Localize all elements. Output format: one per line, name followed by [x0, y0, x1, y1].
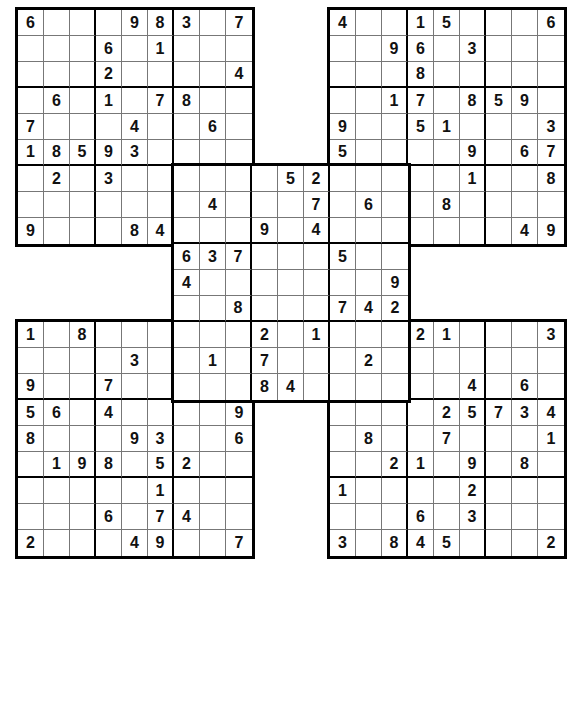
cell-bl-r8c6[interactable]: 7: [148, 504, 174, 530]
cell-bl-r8c3[interactable]: [70, 504, 96, 530]
cell-c-r7c5[interactable]: [278, 322, 304, 348]
cell-tr-r3c5[interactable]: [434, 62, 460, 88]
cell-tr-r3c3[interactable]: [382, 62, 408, 88]
cell-c-r6c9[interactable]: 2: [382, 296, 408, 322]
cell-tl-r4c9[interactable]: [226, 88, 252, 114]
cell-tr-r6c9[interactable]: 7: [538, 140, 564, 166]
cell-br-r7c4[interactable]: [408, 478, 434, 504]
cell-tr-r2c7[interactable]: [486, 36, 512, 62]
cell-bl-r9c4[interactable]: [96, 530, 122, 556]
cell-br-r6c1[interactable]: [330, 452, 356, 478]
cell-br-r6c4[interactable]: 1: [408, 452, 434, 478]
cell-tl-r9c3[interactable]: [70, 218, 96, 244]
cell-bl-r7c7[interactable]: [174, 478, 200, 504]
cell-bl-r8c7[interactable]: 4: [174, 504, 200, 530]
cell-br-r8c2[interactable]: [356, 504, 382, 530]
cell-br-r5c9[interactable]: 1: [538, 426, 564, 452]
cell-tr-r5c7[interactable]: [486, 114, 512, 140]
cell-br-r5c3[interactable]: [382, 426, 408, 452]
cell-tl-r8c2[interactable]: [44, 192, 70, 218]
cell-br-r1c7[interactable]: [486, 322, 512, 348]
cell-br-r3c4[interactable]: [408, 374, 434, 400]
cell-c-r7c8[interactable]: [356, 322, 382, 348]
cell-bl-r2c4[interactable]: [96, 348, 122, 374]
cell-tl-r1c5[interactable]: 9: [122, 10, 148, 36]
cell-br-r8c1[interactable]: [330, 504, 356, 530]
cell-bl-r7c5[interactable]: [122, 478, 148, 504]
cell-tl-r3c9[interactable]: 4: [226, 62, 252, 88]
cell-tr-r4c7[interactable]: 5: [486, 88, 512, 114]
cell-c-r4c9[interactable]: [382, 244, 408, 270]
cell-c-r9c1[interactable]: [174, 374, 200, 400]
cell-tl-r5c7[interactable]: [174, 114, 200, 140]
cell-bl-r2c3[interactable]: [70, 348, 96, 374]
cell-tr-r2c8[interactable]: [512, 36, 538, 62]
cell-tr-r3c4[interactable]: 8: [408, 62, 434, 88]
cell-c-r1c4[interactable]: [252, 166, 278, 192]
cell-br-r2c8[interactable]: [512, 348, 538, 374]
cell-br-r3c7[interactable]: [486, 374, 512, 400]
cell-c-r6c7[interactable]: 7: [330, 296, 356, 322]
cell-tl-r1c4[interactable]: [96, 10, 122, 36]
cell-br-r7c7[interactable]: [486, 478, 512, 504]
cell-bl-r3c2[interactable]: [44, 374, 70, 400]
cell-tr-r7c7[interactable]: [486, 166, 512, 192]
cell-c-r6c6[interactable]: [304, 296, 330, 322]
cell-bl-r6c4[interactable]: 8: [96, 452, 122, 478]
cell-tr-r2c5[interactable]: [434, 36, 460, 62]
cell-tr-r6c4[interactable]: [408, 140, 434, 166]
cell-tl-r5c5[interactable]: 4: [122, 114, 148, 140]
cell-br-r4c8[interactable]: 3: [512, 400, 538, 426]
cell-bl-r4c4[interactable]: 4: [96, 400, 122, 426]
cell-c-r1c6[interactable]: 2: [304, 166, 330, 192]
cell-tl-r8c5[interactable]: [122, 192, 148, 218]
cell-tl-r3c1[interactable]: [18, 62, 44, 88]
cell-br-r3c9[interactable]: [538, 374, 564, 400]
cell-tr-r7c6[interactable]: 1: [460, 166, 486, 192]
cell-br-r5c8[interactable]: [512, 426, 538, 452]
cell-c-r4c7[interactable]: 5: [330, 244, 356, 270]
cell-c-r7c9[interactable]: [382, 322, 408, 348]
cell-tl-r4c4[interactable]: 1: [96, 88, 122, 114]
cell-tl-r4c7[interactable]: 8: [174, 88, 200, 114]
cell-tl-r1c8[interactable]: [200, 10, 226, 36]
cell-c-r5c6[interactable]: [304, 270, 330, 296]
cell-c-r9c6[interactable]: [304, 374, 330, 400]
cell-c-r4c1[interactable]: 6: [174, 244, 200, 270]
cell-tr-r9c4[interactable]: [408, 218, 434, 244]
cell-br-r9c6[interactable]: [460, 530, 486, 556]
cell-br-r3c5[interactable]: [434, 374, 460, 400]
cell-br-r9c7[interactable]: [486, 530, 512, 556]
cell-c-r2c7[interactable]: [330, 192, 356, 218]
cell-tl-r2c1[interactable]: [18, 36, 44, 62]
cell-br-r7c5[interactable]: [434, 478, 460, 504]
cell-bl-r8c4[interactable]: 6: [96, 504, 122, 530]
cell-br-r8c4[interactable]: 6: [408, 504, 434, 530]
cell-c-r4c8[interactable]: [356, 244, 382, 270]
cell-bl-r9c3[interactable]: [70, 530, 96, 556]
cell-bl-r6c1[interactable]: [18, 452, 44, 478]
cell-br-r4c6[interactable]: 5: [460, 400, 486, 426]
cell-tr-r2c2[interactable]: [356, 36, 382, 62]
cell-tr-r3c6[interactable]: [460, 62, 486, 88]
cell-c-r2c5[interactable]: [278, 192, 304, 218]
cell-c-r3c9[interactable]: [382, 218, 408, 244]
cell-c-r1c5[interactable]: 5: [278, 166, 304, 192]
cell-c-r5c1[interactable]: 4: [174, 270, 200, 296]
cell-br-r4c9[interactable]: 4: [538, 400, 564, 426]
cell-tr-r6c5[interactable]: [434, 140, 460, 166]
cell-tr-r5c5[interactable]: 1: [434, 114, 460, 140]
cell-c-r2c3[interactable]: [226, 192, 252, 218]
cell-tl-r1c1[interactable]: 6: [18, 10, 44, 36]
cell-br-r7c1[interactable]: 1: [330, 478, 356, 504]
cell-tr-r3c1[interactable]: [330, 62, 356, 88]
cell-bl-r5c9[interactable]: 6: [226, 426, 252, 452]
cell-br-r6c2[interactable]: [356, 452, 382, 478]
cell-c-r3c4[interactable]: 9: [252, 218, 278, 244]
cell-c-r6c2[interactable]: [200, 296, 226, 322]
cell-bl-r5c5[interactable]: 9: [122, 426, 148, 452]
cell-tr-r5c4[interactable]: 5: [408, 114, 434, 140]
cell-c-r3c1[interactable]: [174, 218, 200, 244]
cell-bl-r9c2[interactable]: [44, 530, 70, 556]
cell-bl-r3c3[interactable]: [70, 374, 96, 400]
cell-tr-r3c8[interactable]: [512, 62, 538, 88]
cell-br-r9c5[interactable]: 5: [434, 530, 460, 556]
cell-bl-r5c7[interactable]: [174, 426, 200, 452]
cell-c-r1c1[interactable]: [174, 166, 200, 192]
cell-br-r4c1[interactable]: [330, 400, 356, 426]
cell-bl-r7c6[interactable]: 1: [148, 478, 174, 504]
cell-c-r7c4[interactable]: 2: [252, 322, 278, 348]
cell-tl-r2c7[interactable]: [174, 36, 200, 62]
cell-tl-r7c3[interactable]: [70, 166, 96, 192]
cell-c-r1c9[interactable]: [382, 166, 408, 192]
cell-c-r4c6[interactable]: [304, 244, 330, 270]
cell-tr-r1c6[interactable]: [460, 10, 486, 36]
cell-bl-r7c9[interactable]: [226, 478, 252, 504]
cell-tr-r6c7[interactable]: [486, 140, 512, 166]
cell-tr-r1c5[interactable]: 5: [434, 10, 460, 36]
cell-tr-r9c7[interactable]: [486, 218, 512, 244]
cell-c-r8c9[interactable]: [382, 348, 408, 374]
cell-tl-r3c3[interactable]: [70, 62, 96, 88]
cell-bl-r8c1[interactable]: [18, 504, 44, 530]
cell-tl-r2c9[interactable]: [226, 36, 252, 62]
cell-bl-r5c8[interactable]: [200, 426, 226, 452]
cell-br-r2c4[interactable]: [408, 348, 434, 374]
cell-br-r4c5[interactable]: 2: [434, 400, 460, 426]
cell-tl-r9c5[interactable]: 8: [122, 218, 148, 244]
cell-br-r8c7[interactable]: [486, 504, 512, 530]
cell-bl-r5c4[interactable]: [96, 426, 122, 452]
cell-c-r6c3[interactable]: 8: [226, 296, 252, 322]
cell-c-r8c3[interactable]: [226, 348, 252, 374]
cell-tr-r1c2[interactable]: [356, 10, 382, 36]
cell-bl-r6c6[interactable]: 5: [148, 452, 174, 478]
cell-tr-r4c4[interactable]: 7: [408, 88, 434, 114]
cell-tl-r2c5[interactable]: [122, 36, 148, 62]
cell-tl-r4c1[interactable]: [18, 88, 44, 114]
cell-bl-r5c2[interactable]: [44, 426, 70, 452]
cell-tl-r9c1[interactable]: 9: [18, 218, 44, 244]
cell-br-r7c2[interactable]: [356, 478, 382, 504]
cell-tr-r9c6[interactable]: [460, 218, 486, 244]
cell-tr-r5c1[interactable]: 9: [330, 114, 356, 140]
cell-tr-r5c6[interactable]: [460, 114, 486, 140]
cell-bl-r2c2[interactable]: [44, 348, 70, 374]
cell-bl-r4c1[interactable]: 5: [18, 400, 44, 426]
cell-tr-r2c6[interactable]: 3: [460, 36, 486, 62]
cell-tl-r7c1[interactable]: [18, 166, 44, 192]
cell-tl-r6c3[interactable]: 5: [70, 140, 96, 166]
cell-c-r2c4[interactable]: [252, 192, 278, 218]
cell-br-r8c8[interactable]: [512, 504, 538, 530]
cell-c-r8c2[interactable]: 1: [200, 348, 226, 374]
cell-c-r5c7[interactable]: [330, 270, 356, 296]
cell-bl-r7c8[interactable]: [200, 478, 226, 504]
cell-tr-r9c8[interactable]: 4: [512, 218, 538, 244]
cell-tl-r4c3[interactable]: [70, 88, 96, 114]
cell-tl-r3c6[interactable]: [148, 62, 174, 88]
cell-tl-r2c2[interactable]: [44, 36, 70, 62]
cell-bl-r2c1[interactable]: [18, 348, 44, 374]
cell-bl-r9c1[interactable]: 2: [18, 530, 44, 556]
cell-bl-r7c2[interactable]: [44, 478, 70, 504]
cell-tr-r4c2[interactable]: [356, 88, 382, 114]
cell-c-r5c9[interactable]: 9: [382, 270, 408, 296]
cell-tl-r1c6[interactable]: 8: [148, 10, 174, 36]
cell-bl-r1c5[interactable]: [122, 322, 148, 348]
cell-tl-r9c2[interactable]: [44, 218, 70, 244]
cell-tr-r4c6[interactable]: 8: [460, 88, 486, 114]
cell-br-r4c4[interactable]: [408, 400, 434, 426]
cell-c-r8c5[interactable]: [278, 348, 304, 374]
cell-tl-r4c5[interactable]: [122, 88, 148, 114]
cell-tr-r8c7[interactable]: [486, 192, 512, 218]
cell-c-r5c8[interactable]: [356, 270, 382, 296]
cell-c-r6c4[interactable]: [252, 296, 278, 322]
cell-tl-r5c4[interactable]: [96, 114, 122, 140]
cell-c-r6c5[interactable]: [278, 296, 304, 322]
cell-br-r1c6[interactable]: [460, 322, 486, 348]
cell-br-r1c4[interactable]: 2: [408, 322, 434, 348]
cell-bl-r6c9[interactable]: [226, 452, 252, 478]
cell-tl-r7c5[interactable]: [122, 166, 148, 192]
cell-tr-r1c9[interactable]: 6: [538, 10, 564, 36]
cell-c-r3c5[interactable]: [278, 218, 304, 244]
cell-bl-r6c5[interactable]: [122, 452, 148, 478]
cell-bl-r4c9[interactable]: 9: [226, 400, 252, 426]
cell-bl-r9c5[interactable]: 4: [122, 530, 148, 556]
cell-br-r4c7[interactable]: 7: [486, 400, 512, 426]
cell-bl-r5c3[interactable]: [70, 426, 96, 452]
cell-tl-r5c8[interactable]: 6: [200, 114, 226, 140]
cell-c-r4c3[interactable]: 7: [226, 244, 252, 270]
cell-bl-r1c1[interactable]: 1: [18, 322, 44, 348]
cell-tr-r6c6[interactable]: 9: [460, 140, 486, 166]
cell-br-r9c4[interactable]: 4: [408, 530, 434, 556]
cell-c-r7c1[interactable]: [174, 322, 200, 348]
cell-tr-r4c8[interactable]: 9: [512, 88, 538, 114]
cell-c-r3c6[interactable]: 4: [304, 218, 330, 244]
cell-br-r5c1[interactable]: [330, 426, 356, 452]
cell-tl-r9c4[interactable]: [96, 218, 122, 244]
cell-tl-r1c9[interactable]: 7: [226, 10, 252, 36]
cell-br-r4c3[interactable]: [382, 400, 408, 426]
cell-tr-r3c2[interactable]: [356, 62, 382, 88]
cell-br-r4c2[interactable]: [356, 400, 382, 426]
cell-c-r7c2[interactable]: [200, 322, 226, 348]
cell-tl-r6c4[interactable]: 9: [96, 140, 122, 166]
cell-tr-r7c8[interactable]: [512, 166, 538, 192]
cell-br-r6c9[interactable]: [538, 452, 564, 478]
cell-tr-r3c9[interactable]: [538, 62, 564, 88]
cell-bl-r3c4[interactable]: 7: [96, 374, 122, 400]
cell-c-r8c4[interactable]: 7: [252, 348, 278, 374]
cell-bl-r8c2[interactable]: [44, 504, 70, 530]
cell-br-r9c2[interactable]: [356, 530, 382, 556]
cell-tr-r4c3[interactable]: 1: [382, 88, 408, 114]
cell-bl-r9c7[interactable]: [174, 530, 200, 556]
cell-bl-r4c8[interactable]: [200, 400, 226, 426]
cell-bl-r7c4[interactable]: [96, 478, 122, 504]
cell-tl-r1c2[interactable]: [44, 10, 70, 36]
cell-c-r4c2[interactable]: 3: [200, 244, 226, 270]
cell-tl-r3c5[interactable]: [122, 62, 148, 88]
cell-tl-r3c8[interactable]: [200, 62, 226, 88]
cell-tr-r5c2[interactable]: [356, 114, 382, 140]
cell-c-r5c3[interactable]: [226, 270, 252, 296]
cell-c-r9c8[interactable]: [356, 374, 382, 400]
cell-br-r5c2[interactable]: 8: [356, 426, 382, 452]
cell-tl-r2c8[interactable]: [200, 36, 226, 62]
cell-br-r6c8[interactable]: 8: [512, 452, 538, 478]
cell-bl-r1c2[interactable]: [44, 322, 70, 348]
cell-bl-r7c1[interactable]: [18, 478, 44, 504]
cell-tl-r8c1[interactable]: [18, 192, 44, 218]
cell-c-r9c3[interactable]: [226, 374, 252, 400]
cell-c-r9c7[interactable]: [330, 374, 356, 400]
cell-br-r3c8[interactable]: 6: [512, 374, 538, 400]
cell-bl-r6c3[interactable]: 9: [70, 452, 96, 478]
cell-br-r2c5[interactable]: [434, 348, 460, 374]
cell-tl-r4c2[interactable]: 6: [44, 88, 70, 114]
cell-tl-r5c1[interactable]: 7: [18, 114, 44, 140]
cell-bl-r6c8[interactable]: [200, 452, 226, 478]
cell-c-r2c2[interactable]: 4: [200, 192, 226, 218]
cell-br-r8c3[interactable]: [382, 504, 408, 530]
cell-bl-r1c3[interactable]: 8: [70, 322, 96, 348]
cell-tl-r5c3[interactable]: [70, 114, 96, 140]
cell-c-r5c5[interactable]: [278, 270, 304, 296]
cell-bl-r7c3[interactable]: [70, 478, 96, 504]
cell-br-r9c8[interactable]: [512, 530, 538, 556]
cell-tl-r2c4[interactable]: 6: [96, 36, 122, 62]
cell-tr-r2c9[interactable]: [538, 36, 564, 62]
cell-tl-r3c2[interactable]: [44, 62, 70, 88]
cell-br-r9c1[interactable]: 3: [330, 530, 356, 556]
cell-tl-r8c3[interactable]: [70, 192, 96, 218]
cell-tl-r5c2[interactable]: [44, 114, 70, 140]
cell-bl-r3c5[interactable]: [122, 374, 148, 400]
cell-tl-r8c4[interactable]: [96, 192, 122, 218]
cell-bl-r6c2[interactable]: 1: [44, 452, 70, 478]
cell-br-r5c4[interactable]: [408, 426, 434, 452]
cell-br-r5c6[interactable]: [460, 426, 486, 452]
cell-c-r5c4[interactable]: [252, 270, 278, 296]
cell-tr-r4c9[interactable]: [538, 88, 564, 114]
cell-tr-r8c8[interactable]: [512, 192, 538, 218]
cell-bl-r5c1[interactable]: 8: [18, 426, 44, 452]
cell-c-r9c4[interactable]: 8: [252, 374, 278, 400]
cell-tr-r1c3[interactable]: [382, 10, 408, 36]
cell-tr-r1c8[interactable]: [512, 10, 538, 36]
cell-c-r5c2[interactable]: [200, 270, 226, 296]
cell-tr-r5c3[interactable]: [382, 114, 408, 140]
cell-tr-r9c5[interactable]: [434, 218, 460, 244]
cell-tr-r7c4[interactable]: [408, 166, 434, 192]
cell-tr-r8c5[interactable]: 8: [434, 192, 460, 218]
cell-tl-r6c5[interactable]: 3: [122, 140, 148, 166]
cell-tl-r3c4[interactable]: 2: [96, 62, 122, 88]
cell-br-r8c6[interactable]: 3: [460, 504, 486, 530]
cell-tl-r7c2[interactable]: 2: [44, 166, 70, 192]
cell-c-r3c3[interactable]: [226, 218, 252, 244]
cell-c-r2c6[interactable]: 7: [304, 192, 330, 218]
cell-c-r4c4[interactable]: [252, 244, 278, 270]
cell-br-r6c5[interactable]: [434, 452, 460, 478]
cell-bl-r9c9[interactable]: 7: [226, 530, 252, 556]
cell-tr-r6c8[interactable]: 6: [512, 140, 538, 166]
cell-tr-r8c9[interactable]: [538, 192, 564, 218]
cell-tr-r2c3[interactable]: 9: [382, 36, 408, 62]
cell-tr-r7c9[interactable]: 8: [538, 166, 564, 192]
cell-tr-r4c5[interactable]: [434, 88, 460, 114]
cell-bl-r2c5[interactable]: 3: [122, 348, 148, 374]
cell-tl-r4c6[interactable]: 7: [148, 88, 174, 114]
cell-c-r3c8[interactable]: [356, 218, 382, 244]
cell-br-r2c7[interactable]: [486, 348, 512, 374]
cell-br-r1c9[interactable]: 3: [538, 322, 564, 348]
cell-tl-r2c3[interactable]: [70, 36, 96, 62]
cell-c-r8c1[interactable]: [174, 348, 200, 374]
cell-c-r8c8[interactable]: 2: [356, 348, 382, 374]
cell-bl-r6c7[interactable]: 2: [174, 452, 200, 478]
cell-c-r1c3[interactable]: [226, 166, 252, 192]
cell-br-r6c6[interactable]: 9: [460, 452, 486, 478]
cell-c-r6c8[interactable]: 4: [356, 296, 382, 322]
cell-br-r5c5[interactable]: 7: [434, 426, 460, 452]
cell-c-r9c5[interactable]: 4: [278, 374, 304, 400]
cell-tl-r7c4[interactable]: 3: [96, 166, 122, 192]
cell-bl-r1c4[interactable]: [96, 322, 122, 348]
cell-c-r2c1[interactable]: [174, 192, 200, 218]
cell-br-r2c6[interactable]: [460, 348, 486, 374]
cell-bl-r3c1[interactable]: 9: [18, 374, 44, 400]
cell-br-r9c3[interactable]: 8: [382, 530, 408, 556]
cell-c-r9c2[interactable]: [200, 374, 226, 400]
cell-tr-r1c1[interactable]: 4: [330, 10, 356, 36]
cell-c-r2c9[interactable]: [382, 192, 408, 218]
cell-c-r8c7[interactable]: [330, 348, 356, 374]
cell-br-r7c8[interactable]: [512, 478, 538, 504]
cell-c-r3c7[interactable]: [330, 218, 356, 244]
cell-c-r1c7[interactable]: [330, 166, 356, 192]
